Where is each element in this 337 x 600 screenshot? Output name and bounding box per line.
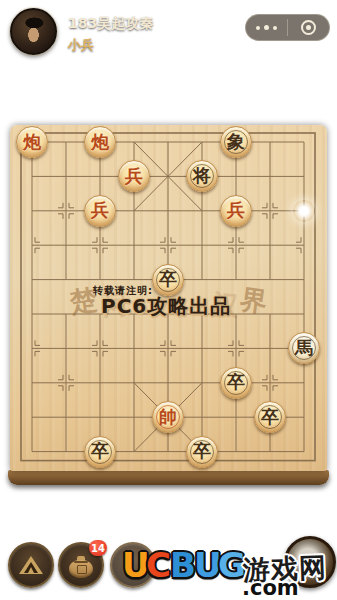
piece-black-象[interactable]: 象 bbox=[220, 126, 252, 158]
money-bag-button[interactable]: 14 bbox=[58, 542, 104, 588]
piece-red-炮[interactable]: 炮 bbox=[16, 126, 48, 158]
close-button[interactable] bbox=[288, 15, 329, 40]
piece-glyph: 卒 bbox=[159, 270, 177, 288]
piece-glyph: 馬 bbox=[295, 339, 313, 357]
piece-red-兵[interactable]: 兵 bbox=[84, 195, 116, 227]
ucbug-logo-com: .com bbox=[242, 576, 299, 600]
piece-glyph: 象 bbox=[227, 133, 245, 151]
piece-black-卒[interactable]: 卒 bbox=[186, 436, 218, 468]
ucbug-logo-letter: C bbox=[146, 545, 171, 585]
river-char: 界 bbox=[238, 281, 270, 320]
chevron-up-icon bbox=[19, 556, 43, 574]
close-circle-icon bbox=[301, 20, 316, 35]
avatar[interactable] bbox=[10, 8, 57, 55]
piece-glyph: 卒 bbox=[91, 442, 109, 460]
piece-black-卒[interactable]: 卒 bbox=[152, 264, 184, 296]
board-bevel bbox=[8, 470, 329, 485]
piece-glyph: 卒 bbox=[261, 408, 279, 426]
move-sparkle-marker bbox=[293, 200, 315, 222]
piece-black-卒[interactable]: 卒 bbox=[220, 367, 252, 399]
expand-menu-button[interactable] bbox=[8, 542, 54, 588]
piece-glyph: 炮 bbox=[91, 133, 109, 151]
rank-label: 小兵 bbox=[68, 36, 94, 54]
piece-glyph: 将 bbox=[193, 167, 211, 185]
piece-glyph: 卒 bbox=[227, 373, 245, 391]
page-title: 183吴起攻秦 bbox=[68, 15, 153, 33]
money-bag-icon bbox=[69, 555, 93, 578]
piece-red-帥[interactable]: 帥 bbox=[152, 401, 184, 433]
piece-glyph: 兵 bbox=[91, 201, 109, 219]
piece-black-卒[interactable]: 卒 bbox=[84, 436, 116, 468]
ucbug-logo-letter: B bbox=[170, 545, 196, 585]
notification-badge: 14 bbox=[89, 540, 107, 556]
piece-glyph: 炮 bbox=[23, 133, 41, 151]
miniprogram-capsule bbox=[245, 14, 330, 41]
piece-glyph: 帥 bbox=[159, 408, 177, 426]
piece-black-卒[interactable]: 卒 bbox=[254, 401, 286, 433]
piece-red-兵[interactable]: 兵 bbox=[220, 195, 252, 227]
piece-glyph: 兵 bbox=[227, 201, 245, 219]
piece-red-炮[interactable]: 炮 bbox=[84, 126, 116, 158]
piece-glyph: 兵 bbox=[125, 167, 143, 185]
more-icon bbox=[256, 25, 277, 30]
piece-glyph: 卒 bbox=[193, 442, 211, 460]
more-button[interactable] bbox=[246, 15, 287, 40]
watermark-brand: PC6攻略出品 bbox=[101, 293, 231, 320]
